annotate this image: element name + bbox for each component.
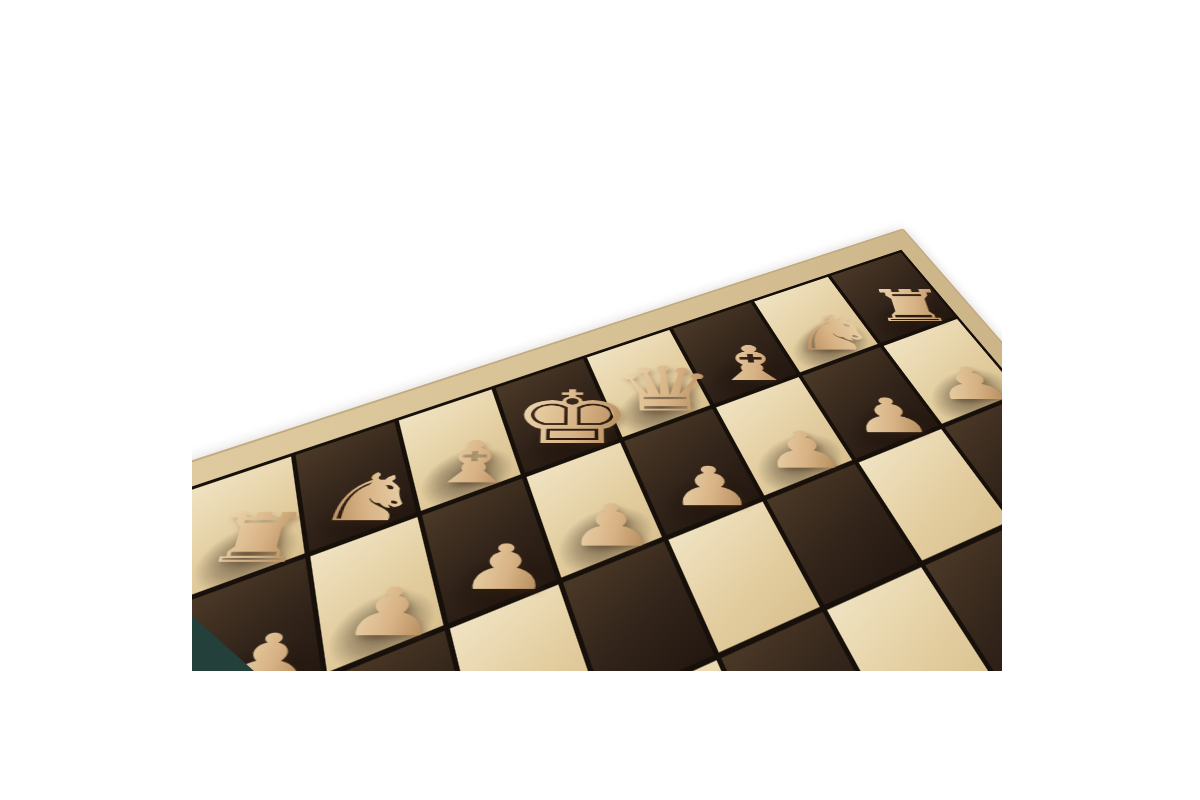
chess-board: 1 ♜♞♝♛♚♝♞♜♟♟♟♟♟♟♟♟ [192,228,1002,671]
squares-grid [192,252,1002,671]
chess-set-photo: 1 ♜♞♝♛♚♝♞♜♟♟♟♟♟♟♟♟ [0,0,1200,800]
photo-crop-area: 1 ♜♞♝♛♚♝♞♜♟♟♟♟♟♟♟♟ [192,0,1002,671]
